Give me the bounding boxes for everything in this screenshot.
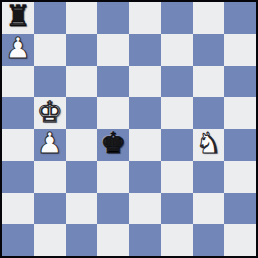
- square-e7[interactable]: [129, 34, 161, 66]
- square-c6[interactable]: [66, 66, 98, 98]
- square-h8[interactable]: [224, 2, 256, 34]
- white-pawn[interactable]: ♟: [37, 129, 63, 158]
- square-b7[interactable]: [34, 34, 66, 66]
- square-a8[interactable]: ♜: [2, 2, 34, 34]
- square-c3[interactable]: [66, 161, 98, 193]
- square-b6[interactable]: [34, 66, 66, 98]
- square-c5[interactable]: [66, 97, 98, 129]
- square-e2[interactable]: [129, 193, 161, 225]
- square-h5[interactable]: [224, 97, 256, 129]
- square-a2[interactable]: [2, 193, 34, 225]
- square-h2[interactable]: [224, 193, 256, 225]
- square-a4[interactable]: [2, 129, 34, 161]
- square-f4[interactable]: [161, 129, 193, 161]
- white-knight[interactable]: ♞: [195, 129, 221, 158]
- square-a1[interactable]: [2, 224, 34, 256]
- square-b4[interactable]: ♟: [34, 129, 66, 161]
- square-g4[interactable]: ♞: [193, 129, 225, 161]
- square-d3[interactable]: [97, 161, 129, 193]
- square-c1[interactable]: [66, 224, 98, 256]
- square-c8[interactable]: [66, 2, 98, 34]
- square-g6[interactable]: [193, 66, 225, 98]
- square-b8[interactable]: [34, 2, 66, 34]
- square-d7[interactable]: [97, 34, 129, 66]
- white-pawn[interactable]: ♟: [5, 34, 31, 63]
- square-e5[interactable]: [129, 97, 161, 129]
- square-d4[interactable]: ♚: [97, 129, 129, 161]
- square-f8[interactable]: [161, 2, 193, 34]
- square-f3[interactable]: [161, 161, 193, 193]
- square-a6[interactable]: [2, 66, 34, 98]
- square-c4[interactable]: [66, 129, 98, 161]
- square-b5[interactable]: ♚: [34, 97, 66, 129]
- square-g1[interactable]: [193, 224, 225, 256]
- square-d5[interactable]: [97, 97, 129, 129]
- square-d1[interactable]: [97, 224, 129, 256]
- square-h3[interactable]: [224, 161, 256, 193]
- black-king[interactable]: ♚: [100, 129, 126, 158]
- square-f1[interactable]: [161, 224, 193, 256]
- square-h4[interactable]: [224, 129, 256, 161]
- square-a7[interactable]: ♟: [2, 34, 34, 66]
- square-c2[interactable]: [66, 193, 98, 225]
- square-h1[interactable]: [224, 224, 256, 256]
- square-a5[interactable]: [2, 97, 34, 129]
- square-e4[interactable]: [129, 129, 161, 161]
- square-e8[interactable]: [129, 2, 161, 34]
- square-e3[interactable]: [129, 161, 161, 193]
- square-g8[interactable]: [193, 2, 225, 34]
- square-d2[interactable]: [97, 193, 129, 225]
- square-f2[interactable]: [161, 193, 193, 225]
- square-d8[interactable]: [97, 2, 129, 34]
- square-h7[interactable]: [224, 34, 256, 66]
- square-e6[interactable]: [129, 66, 161, 98]
- square-a3[interactable]: [2, 161, 34, 193]
- square-b3[interactable]: [34, 161, 66, 193]
- square-g3[interactable]: [193, 161, 225, 193]
- square-f5[interactable]: [161, 97, 193, 129]
- square-h6[interactable]: [224, 66, 256, 98]
- chess-board: ♜♟♚♟♚♞: [0, 0, 258, 258]
- square-f7[interactable]: [161, 34, 193, 66]
- square-e1[interactable]: [129, 224, 161, 256]
- square-g7[interactable]: [193, 34, 225, 66]
- square-b1[interactable]: [34, 224, 66, 256]
- black-rook[interactable]: ♜: [5, 2, 31, 31]
- square-g2[interactable]: [193, 193, 225, 225]
- square-d6[interactable]: [97, 66, 129, 98]
- square-c7[interactable]: [66, 34, 98, 66]
- square-g5[interactable]: [193, 97, 225, 129]
- square-b2[interactable]: [34, 193, 66, 225]
- square-f6[interactable]: [161, 66, 193, 98]
- white-king[interactable]: ♚: [37, 98, 63, 127]
